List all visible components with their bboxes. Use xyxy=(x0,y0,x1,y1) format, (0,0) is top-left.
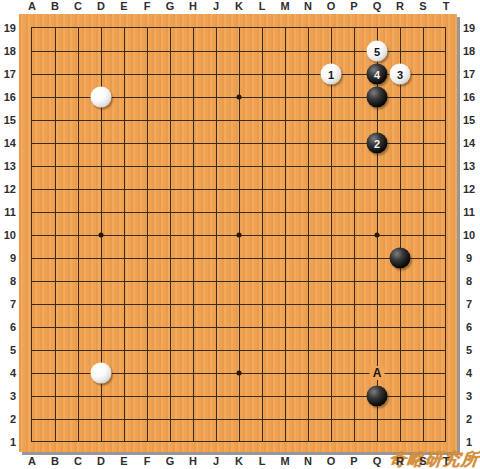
stone-black-r9[interactable] xyxy=(390,248,411,269)
row-label-left-19: 19 xyxy=(0,21,16,35)
col-label-bottom-D: D xyxy=(90,455,112,468)
row-label-left-3: 3 xyxy=(0,389,16,403)
row-label-left-10: 10 xyxy=(0,228,16,242)
grid-line xyxy=(32,350,446,351)
row-label-left-1: 1 xyxy=(0,435,16,449)
grid-line xyxy=(308,28,309,442)
star-point xyxy=(99,233,104,238)
col-label-bottom-S: S xyxy=(412,455,434,468)
grid-line xyxy=(32,281,446,282)
col-label-top-E: E xyxy=(113,0,135,13)
col-label-bottom-G: G xyxy=(159,455,181,468)
row-label-left-17: 17 xyxy=(0,67,16,81)
col-label-bottom-M: M xyxy=(274,455,296,468)
col-label-top-A: A xyxy=(21,0,43,13)
col-label-bottom-L: L xyxy=(251,455,273,468)
row-label-left-11: 11 xyxy=(0,205,16,219)
star-point xyxy=(237,371,242,376)
col-label-top-R: R xyxy=(389,0,411,13)
row-label-right-13: 13 xyxy=(461,159,477,173)
row-label-right-15: 15 xyxy=(461,113,477,127)
row-label-right-16: 16 xyxy=(461,90,477,104)
row-label-left-14: 14 xyxy=(0,136,16,150)
col-label-top-N: N xyxy=(297,0,319,13)
row-label-right-8: 8 xyxy=(461,274,477,288)
col-label-bottom-B: B xyxy=(44,455,66,468)
stone-black-q14[interactable]: 2 xyxy=(367,133,388,154)
stone-black-q3[interactable] xyxy=(367,386,388,407)
row-label-right-19: 19 xyxy=(461,21,477,35)
row-label-left-5: 5 xyxy=(0,343,16,357)
grid-line xyxy=(354,28,355,442)
go-board-diagram: 12345A 奇略研究所 AABBCCDDEEFFGGHHJJKKLLMMNNO… xyxy=(0,0,480,469)
grid-line xyxy=(32,258,446,259)
row-label-left-7: 7 xyxy=(0,297,16,311)
row-label-right-5: 5 xyxy=(461,343,477,357)
row-label-right-18: 18 xyxy=(461,44,477,58)
row-label-left-15: 15 xyxy=(0,113,16,127)
col-label-bottom-T: T xyxy=(435,455,457,468)
grid-line xyxy=(32,419,446,420)
row-label-left-2: 2 xyxy=(0,412,16,426)
col-label-bottom-N: N xyxy=(297,455,319,468)
go-board[interactable]: 12345A xyxy=(19,14,457,452)
row-label-right-14: 14 xyxy=(461,136,477,150)
row-label-right-10: 10 xyxy=(461,228,477,242)
col-label-top-S: S xyxy=(412,0,434,13)
row-label-right-6: 6 xyxy=(461,320,477,334)
row-label-right-4: 4 xyxy=(461,366,477,380)
stone-white-o17[interactable]: 1 xyxy=(321,64,342,85)
col-label-bottom-O: O xyxy=(320,455,342,468)
col-label-top-Q: Q xyxy=(366,0,388,13)
row-label-left-8: 8 xyxy=(0,274,16,288)
col-label-top-K: K xyxy=(228,0,250,13)
row-label-right-12: 12 xyxy=(461,182,477,196)
col-label-top-P: P xyxy=(343,0,365,13)
star-point xyxy=(237,233,242,238)
col-label-bottom-E: E xyxy=(113,455,135,468)
row-label-left-4: 4 xyxy=(0,366,16,380)
row-label-left-6: 6 xyxy=(0,320,16,334)
stone-white-r17[interactable]: 3 xyxy=(390,64,411,85)
col-label-top-B: B xyxy=(44,0,66,13)
col-label-top-T: T xyxy=(435,0,457,13)
grid-line xyxy=(32,327,446,328)
col-label-top-O: O xyxy=(320,0,342,13)
row-label-right-17: 17 xyxy=(461,67,477,81)
stone-white-d16[interactable] xyxy=(91,87,112,108)
row-label-right-7: 7 xyxy=(461,297,477,311)
stone-black-q16[interactable] xyxy=(367,87,388,108)
grid-line xyxy=(400,28,401,442)
row-label-right-3: 3 xyxy=(461,389,477,403)
col-label-top-F: F xyxy=(136,0,158,13)
stone-white-d4[interactable] xyxy=(91,363,112,384)
col-label-bottom-A: A xyxy=(21,455,43,468)
row-label-right-9: 9 xyxy=(461,251,477,265)
row-label-right-2: 2 xyxy=(461,412,477,426)
col-label-bottom-H: H xyxy=(182,455,204,468)
col-label-bottom-P: P xyxy=(343,455,365,468)
grid-line xyxy=(262,28,263,442)
grid-line xyxy=(32,304,446,305)
col-label-top-M: M xyxy=(274,0,296,13)
row-label-left-13: 13 xyxy=(0,159,16,173)
grid-line xyxy=(331,28,332,442)
col-label-top-C: C xyxy=(67,0,89,13)
col-label-top-H: H xyxy=(182,0,204,13)
star-point xyxy=(375,233,380,238)
col-label-top-G: G xyxy=(159,0,181,13)
col-label-bottom-R: R xyxy=(389,455,411,468)
col-label-bottom-C: C xyxy=(67,455,89,468)
col-label-bottom-K: K xyxy=(228,455,250,468)
row-label-left-18: 18 xyxy=(0,44,16,58)
col-label-bottom-Q: Q xyxy=(366,455,388,468)
row-label-left-12: 12 xyxy=(0,182,16,196)
col-label-bottom-J: J xyxy=(205,455,227,468)
col-label-top-L: L xyxy=(251,0,273,13)
col-label-bottom-F: F xyxy=(136,455,158,468)
row-label-left-9: 9 xyxy=(0,251,16,265)
stone-black-q17[interactable]: 4 xyxy=(367,64,388,85)
marker-a[interactable]: A xyxy=(370,366,385,380)
col-label-top-J: J xyxy=(205,0,227,13)
star-point xyxy=(237,95,242,100)
grid-line xyxy=(285,28,286,442)
row-label-right-11: 11 xyxy=(461,205,477,219)
col-label-top-D: D xyxy=(90,0,112,13)
row-label-left-16: 16 xyxy=(0,90,16,104)
grid-line xyxy=(423,28,424,442)
stone-white-q18[interactable]: 5 xyxy=(367,41,388,62)
row-label-right-1: 1 xyxy=(461,435,477,449)
